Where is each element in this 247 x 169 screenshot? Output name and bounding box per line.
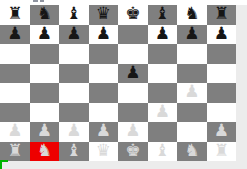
- square-h6[interactable]: [207, 44, 237, 64]
- square-a3[interactable]: [0, 103, 30, 123]
- square-d6[interactable]: [89, 44, 119, 64]
- square-b8[interactable]: ♞: [30, 5, 60, 25]
- white-rook: ♜: [7, 142, 22, 159]
- square-c2[interactable]: ♟: [59, 122, 89, 142]
- square-d4[interactable]: [89, 83, 119, 103]
- black-king: ♚: [125, 5, 140, 22]
- square-h5[interactable]: [207, 64, 237, 84]
- white-pawn: ♟: [184, 83, 199, 100]
- square-e7[interactable]: [118, 25, 148, 45]
- square-f3[interactable]: ♟: [148, 103, 178, 123]
- black-pawn: ♟: [214, 25, 229, 42]
- chess-board: ♜♞♝♛♚♝♞♜♟♟♟♟♟♟♟♟♟♟♟♟♟♟♟♟♜♞♝♛♚♝♞♜: [0, 5, 236, 161]
- square-h3[interactable]: [207, 103, 237, 123]
- white-pawn: ♟: [96, 122, 111, 139]
- square-c1[interactable]: ♝: [59, 142, 89, 162]
- white-knight: ♞: [184, 142, 199, 159]
- square-d2[interactable]: ♟: [89, 122, 119, 142]
- square-e1[interactable]: ♚: [118, 142, 148, 162]
- white-king: ♚: [125, 142, 140, 159]
- black-knight: ♞: [184, 5, 199, 22]
- square-f6[interactable]: [148, 44, 178, 64]
- square-b1[interactable]: ♞: [30, 142, 60, 162]
- square-a2[interactable]: ♟: [0, 122, 30, 142]
- square-b5[interactable]: [30, 64, 60, 84]
- square-b2[interactable]: ♟: [30, 122, 60, 142]
- square-d1[interactable]: ♛: [89, 142, 119, 162]
- square-d5[interactable]: [89, 64, 119, 84]
- black-rook: ♜: [214, 5, 229, 22]
- square-f1[interactable]: ♝: [148, 142, 178, 162]
- square-h8[interactable]: ♜: [207, 5, 237, 25]
- cropped-text-fragment: [33, 0, 38, 2]
- black-pawn: ♟: [184, 25, 199, 42]
- white-knight: ♞: [37, 142, 52, 159]
- square-a5[interactable]: [0, 64, 30, 84]
- black-pawn: ♟: [37, 25, 52, 42]
- black-pawn: ♟: [7, 25, 22, 42]
- square-e5[interactable]: ♟: [118, 64, 148, 84]
- square-b6[interactable]: [30, 44, 60, 64]
- square-e6[interactable]: [118, 44, 148, 64]
- square-e3[interactable]: [118, 103, 148, 123]
- white-pawn: ♟: [155, 103, 170, 120]
- square-d3[interactable]: [89, 103, 119, 123]
- white-rook: ♜: [214, 142, 229, 159]
- square-d7[interactable]: ♟: [89, 25, 119, 45]
- white-queen: ♛: [96, 142, 111, 159]
- square-g2[interactable]: [177, 122, 207, 142]
- black-pawn: ♟: [96, 25, 111, 42]
- black-pawn: ♟: [125, 64, 140, 81]
- square-b7[interactable]: ♟: [30, 25, 60, 45]
- cropped-text-fragment: [40, 0, 44, 2]
- square-e8[interactable]: ♚: [118, 5, 148, 25]
- square-a7[interactable]: ♟: [0, 25, 30, 45]
- square-g7[interactable]: ♟: [177, 25, 207, 45]
- screenshot-root: ♜♞♝♛♚♝♞♜♟♟♟♟♟♟♟♟♟♟♟♟♟♟♟♟♜♞♝♛♚♝♞♜: [0, 0, 247, 169]
- square-g5[interactable]: [177, 64, 207, 84]
- black-queen: ♛: [96, 5, 111, 22]
- square-c6[interactable]: [59, 44, 89, 64]
- square-h2[interactable]: ♟: [207, 122, 237, 142]
- square-a4[interactable]: [0, 83, 30, 103]
- square-f4[interactable]: [148, 83, 178, 103]
- selection-corner-marker-icon: [0, 160, 8, 169]
- square-h7[interactable]: ♟: [207, 25, 237, 45]
- black-bishop: ♝: [66, 5, 81, 22]
- black-bishop: ♝: [155, 5, 170, 22]
- white-pawn: ♟: [37, 122, 52, 139]
- square-g3[interactable]: [177, 103, 207, 123]
- square-h4[interactable]: [207, 83, 237, 103]
- square-d8[interactable]: ♛: [89, 5, 119, 25]
- white-pawn: ♟: [214, 122, 229, 139]
- square-c4[interactable]: [59, 83, 89, 103]
- black-knight: ♞: [37, 5, 52, 22]
- square-g6[interactable]: [177, 44, 207, 64]
- white-pawn: ♟: [7, 122, 22, 139]
- square-e2[interactable]: ♟: [118, 122, 148, 142]
- square-g4[interactable]: ♟: [177, 83, 207, 103]
- square-a1[interactable]: ♜: [0, 142, 30, 162]
- square-c3[interactable]: [59, 103, 89, 123]
- white-pawn: ♟: [125, 122, 140, 139]
- black-pawn: ♟: [155, 25, 170, 42]
- square-c8[interactable]: ♝: [59, 5, 89, 25]
- square-b4[interactable]: [30, 83, 60, 103]
- square-f5[interactable]: [148, 64, 178, 84]
- square-e4[interactable]: [118, 83, 148, 103]
- square-g1[interactable]: ♞: [177, 142, 207, 162]
- square-f8[interactable]: ♝: [148, 5, 178, 25]
- square-a8[interactable]: ♜: [0, 5, 30, 25]
- black-pawn: ♟: [66, 25, 81, 42]
- square-f7[interactable]: ♟: [148, 25, 178, 45]
- square-f2[interactable]: [148, 122, 178, 142]
- square-c7[interactable]: ♟: [59, 25, 89, 45]
- white-bishop: ♝: [66, 142, 81, 159]
- black-rook: ♜: [7, 5, 22, 22]
- square-h1[interactable]: ♜: [207, 142, 237, 162]
- white-pawn: ♟: [66, 122, 81, 139]
- square-a6[interactable]: [0, 44, 30, 64]
- square-b3[interactable]: [30, 103, 60, 123]
- square-g8[interactable]: ♞: [177, 5, 207, 25]
- white-bishop: ♝: [155, 142, 170, 159]
- square-c5[interactable]: [59, 64, 89, 84]
